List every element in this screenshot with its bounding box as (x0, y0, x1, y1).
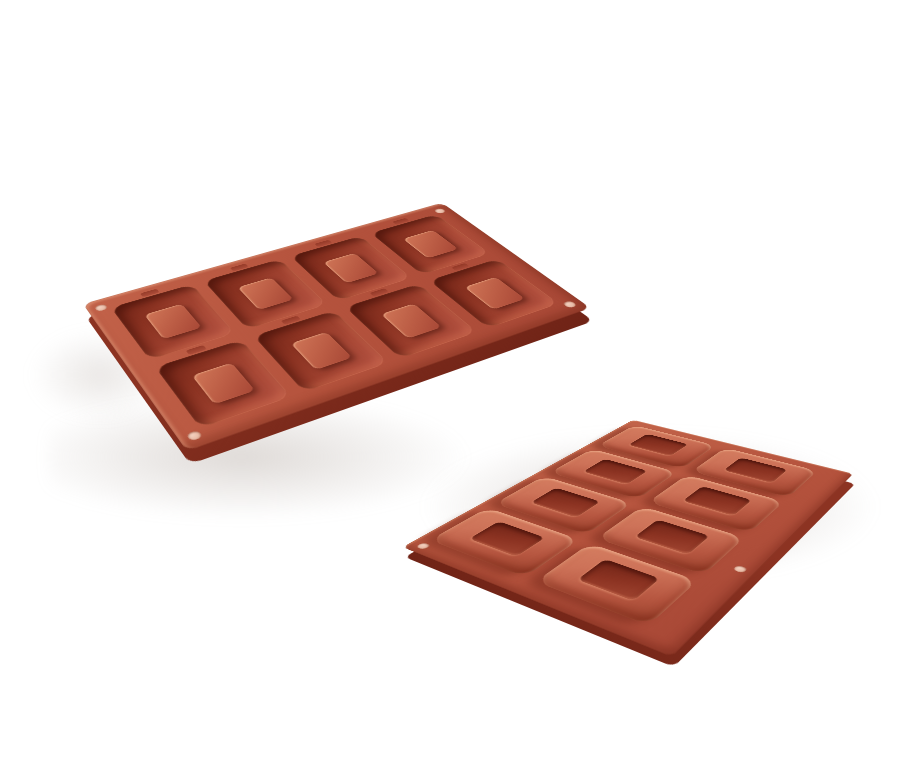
cavity-island (192, 363, 255, 405)
flange-hole (186, 430, 203, 441)
cavity-island (403, 230, 458, 258)
flange-hole (94, 304, 108, 312)
cavity-island (237, 278, 294, 311)
flange-hole (562, 300, 578, 308)
bump-recess (683, 486, 752, 515)
bump-recess (469, 521, 544, 556)
bump-recess (724, 458, 788, 483)
flange-hole (415, 542, 431, 550)
cavity-island (145, 304, 202, 339)
cavity-island (464, 277, 525, 310)
cavity-island (381, 303, 443, 338)
bump-recess (628, 434, 688, 456)
bump-recess (635, 520, 710, 555)
cavity-island (323, 253, 379, 283)
product-photo-stage (0, 0, 900, 780)
mold-back-sheet (403, 420, 854, 657)
flange-hole (732, 565, 748, 573)
cavity-grid (111, 214, 559, 428)
bump-recess (583, 459, 647, 484)
cavity-island (290, 332, 352, 370)
bump-grid (430, 425, 818, 626)
bump-recess (578, 559, 660, 601)
bump-recess (531, 488, 600, 518)
flange-hole (433, 208, 446, 214)
